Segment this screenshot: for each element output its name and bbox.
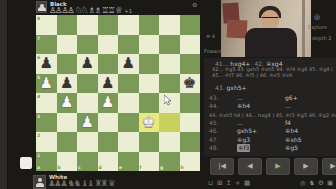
move-row: 46.gxh5+♔h4: [204, 127, 336, 135]
move-number: 45.: [209, 119, 219, 127]
variation-line[interactable]: 42... ♔g5 43. gxh5 ♔xh5 44. ♔f4 ♔g6 45. …: [212, 67, 334, 78]
file-label: h: [181, 165, 184, 170]
square-c6[interactable]: ♟: [77, 54, 98, 74]
square-f2[interactable]: [139, 132, 160, 152]
square-g2[interactable]: [159, 132, 180, 152]
square-h8[interactable]: [180, 15, 201, 35]
white-pawn[interactable]: ♟: [98, 93, 119, 113]
square-f5[interactable]: [139, 74, 160, 94]
move-white[interactable]: ♔g3: [237, 136, 250, 144]
rank-label: 2: [37, 133, 40, 138]
move-line[interactable]: 43.gxh5+: [215, 84, 251, 91]
glasses: [262, 17, 278, 21]
square-e8[interactable]: [118, 15, 139, 35]
file-label: b: [58, 165, 61, 170]
move-row: 47.♔g3♔xh5: [204, 136, 336, 144]
square-b3[interactable]: [57, 113, 78, 133]
webcam-video: [221, 0, 311, 57]
avatar[interactable]: [33, 175, 46, 189]
move-black[interactable]: ♔g5: [285, 144, 298, 152]
square-f1[interactable]: f: [139, 152, 160, 172]
left-sidebar-strip: [0, 0, 8, 189]
move-number: 46.: [209, 127, 219, 135]
square-c3[interactable]: ♟: [77, 113, 98, 133]
square-b5[interactable]: ♟: [57, 74, 78, 94]
captured-pieces-bottom: ♟♟♟ ♞♞ ♝♝ ♜♜ ♛: [48, 179, 114, 187]
move-black[interactable]: g6+: [285, 94, 298, 102]
square-g5[interactable]: [159, 74, 180, 94]
move-white[interactable]: ...: [237, 94, 243, 102]
square-d3[interactable]: [98, 113, 119, 133]
square-d5[interactable]: ♟: [98, 74, 119, 94]
square-h7[interactable]: [180, 35, 201, 55]
square-a3[interactable]: 3: [36, 113, 57, 133]
square-a6[interactable]: 6♟: [36, 54, 57, 74]
material-advantage: +1: [124, 8, 132, 14]
explore-target-icon[interactable]: ◎: [314, 13, 320, 21]
square-d8[interactable]: [98, 15, 119, 35]
black-pawn[interactable]: ♟: [77, 54, 98, 74]
move-white[interactable]: ...: [237, 119, 243, 127]
square-f6[interactable]: [139, 54, 160, 74]
square-d1[interactable]: d: [98, 152, 119, 172]
square-b7[interactable]: [57, 35, 78, 55]
prev-move-button[interactable]: ◀: [238, 158, 262, 175]
square-f7[interactable]: [139, 35, 160, 55]
rank-label: 1: [37, 153, 40, 158]
square-e5[interactable]: [118, 74, 139, 94]
move-number: 43.: [215, 84, 225, 91]
square-d7[interactable]: [98, 35, 119, 55]
gear-icon[interactable]: ⚙: [192, 1, 197, 8]
square-g1[interactable]: g: [159, 152, 180, 172]
move-black[interactable]: f4: [285, 119, 291, 127]
move-list[interactable]: 41...hxg4+42.♔xg4 42... ♔g5 43. gxh5 ♔xh…: [204, 58, 336, 156]
square-f3[interactable]: ♚: [139, 113, 160, 133]
square-g8[interactable]: [159, 15, 180, 35]
move-number: 47.: [209, 136, 219, 144]
next-move-button[interactable]: ▶: [294, 158, 318, 175]
square-a1[interactable]: 1a: [36, 152, 57, 172]
file-label: c: [78, 165, 81, 170]
move-black[interactable]: ♔h4: [285, 127, 298, 135]
last-move-button[interactable]: ▶|: [322, 158, 336, 175]
square-h6[interactable]: [180, 54, 201, 74]
black-pawn[interactable]: ♟: [57, 74, 78, 94]
play-move-button[interactable]: ▶: [266, 158, 290, 175]
door-frame: [302, 0, 305, 57]
chess-analysis-app: Black ♙♙♙♙ ♘♘ ♗♗ ♖♖ ♕+1 ⚙ 876♟♟♟5♟♟♟♚4♟♟…: [0, 0, 336, 189]
square-a8[interactable]: 8: [36, 15, 57, 35]
chess-board[interactable]: 876♟♟♟5♟♟♟♚4♟♟3♟♚21abcdefgh: [36, 15, 200, 171]
square-e6[interactable]: ♟: [118, 54, 139, 74]
streamer-person: [249, 6, 293, 57]
square-c2[interactable]: [77, 132, 98, 152]
move-black[interactable]: ...: [285, 102, 291, 110]
file-label: g: [160, 165, 163, 170]
square-c5[interactable]: [77, 74, 98, 94]
grid-icon[interactable]: ⊞: [217, 179, 222, 187]
shirt: [245, 28, 297, 57]
settings-gear-icon[interactable]: ⚙: [318, 179, 324, 187]
move-row: 45....f4: [204, 119, 336, 127]
black-king[interactable]: ♚: [180, 74, 201, 94]
square-e2[interactable]: [118, 132, 139, 152]
square-a7[interactable]: 7: [36, 35, 57, 55]
white-square-button[interactable]: [20, 157, 32, 169]
square-h1[interactable]: h: [180, 152, 201, 172]
square-h3[interactable]: [180, 113, 201, 133]
square-c1[interactable]: c: [77, 152, 98, 172]
white-pawn[interactable]: ♟: [57, 93, 78, 113]
square-c7[interactable]: [77, 35, 98, 55]
first-move-button[interactable]: |◀: [210, 158, 234, 175]
file-label: e: [119, 165, 122, 170]
move-number: 48.: [209, 144, 219, 152]
square-g6[interactable]: [159, 54, 180, 74]
square-h5[interactable]: ♚: [180, 74, 201, 94]
square-d4[interactable]: ♟: [98, 93, 119, 113]
square-e1[interactable]: e: [118, 152, 139, 172]
file-label: d: [99, 165, 102, 170]
move-black[interactable]: ♔xh5: [285, 136, 302, 144]
move-white[interactable]: ♔f3: [237, 144, 250, 152]
avatar[interactable]: [36, 1, 47, 13]
move-row: 43....g6+: [204, 94, 336, 102]
square-d2[interactable]: [98, 132, 119, 152]
square-g7[interactable]: [159, 35, 180, 55]
board-editor-icon[interactable]: ▦: [244, 179, 250, 187]
white-pawn[interactable]: ♟: [77, 113, 98, 133]
square-g3[interactable]: [159, 113, 180, 133]
move-row: 48.♔f3♔g5: [204, 144, 336, 152]
rank-label: 8: [37, 16, 40, 21]
captured-glyphs: ♙♙♙♙ ♘♘ ♗♗ ♖♖ ♕: [49, 5, 121, 15]
rank-label: 4: [37, 94, 40, 99]
engine-knight-icon[interactable]: ♞: [309, 179, 315, 187]
square-h2[interactable]: [180, 132, 201, 152]
rank-label: 3: [37, 114, 40, 119]
plus-icon[interactable]: +: [235, 179, 240, 187]
square-a2[interactable]: 2: [36, 132, 57, 152]
square-b1[interactable]: b: [57, 152, 78, 172]
file-label: a: [37, 165, 40, 170]
depth-label: depth 2: [312, 35, 331, 41]
black-pawn[interactable]: ♟: [36, 54, 57, 74]
square-c8[interactable]: [77, 15, 98, 35]
captured-pieces-top: ♙♙♙♙ ♘♘ ♗♗ ♖♖ ♕+1: [49, 6, 132, 15]
black-pawn[interactable]: ♟: [98, 74, 119, 94]
screenshot-icon[interactable]: ▣: [327, 179, 333, 187]
square-f8[interactable]: [139, 15, 160, 35]
black-pawn[interactable]: ♟: [118, 54, 139, 74]
share-icon[interactable]: ↥: [226, 179, 231, 187]
square-b4[interactable]: ♟: [57, 93, 78, 113]
file-label: f: [140, 165, 142, 170]
square-a5[interactable]: 5♟: [36, 74, 57, 94]
square-b6[interactable]: [57, 54, 78, 74]
search-icon[interactable]: ◎: [300, 179, 306, 187]
white-pawn[interactable]: ♟: [36, 74, 57, 94]
square-e7[interactable]: [118, 35, 139, 55]
move[interactable]: gxh5+: [227, 84, 247, 91]
square-b8[interactable]: [57, 15, 78, 35]
square-e4[interactable]: [118, 93, 139, 113]
white-king[interactable]: ♚: [139, 113, 160, 133]
square-f4[interactable]: [139, 93, 160, 113]
square-a4[interactable]: 4: [36, 93, 57, 113]
move-white[interactable]: ♔h4: [237, 102, 250, 110]
window-icon[interactable]: ⊔: [208, 179, 213, 187]
move-row: 44.♔h4...: [204, 102, 336, 110]
mouse-cursor: [164, 95, 173, 106]
move-number: 43.: [209, 94, 219, 102]
square-c4[interactable]: [77, 93, 98, 113]
square-h4[interactable]: [180, 93, 201, 113]
square-b2[interactable]: [57, 132, 78, 152]
rank-label: 7: [37, 36, 40, 41]
square-e3[interactable]: [118, 113, 139, 133]
variation-line[interactable]: 44. ♔xh5 h4 ( 44... hxg4 ) 45. ♔f3 ♔g5 4…: [209, 111, 336, 119]
move-white[interactable]: gxh5+: [237, 127, 257, 135]
square-d6[interactable]: [98, 54, 119, 74]
panel-menu-fragment[interactable]: ≡ 4: [206, 33, 215, 39]
move-number: 44.: [209, 102, 219, 110]
panel-text-fragment: Foward: [204, 48, 222, 54]
explore-label[interactable]: Explore: [308, 24, 327, 30]
